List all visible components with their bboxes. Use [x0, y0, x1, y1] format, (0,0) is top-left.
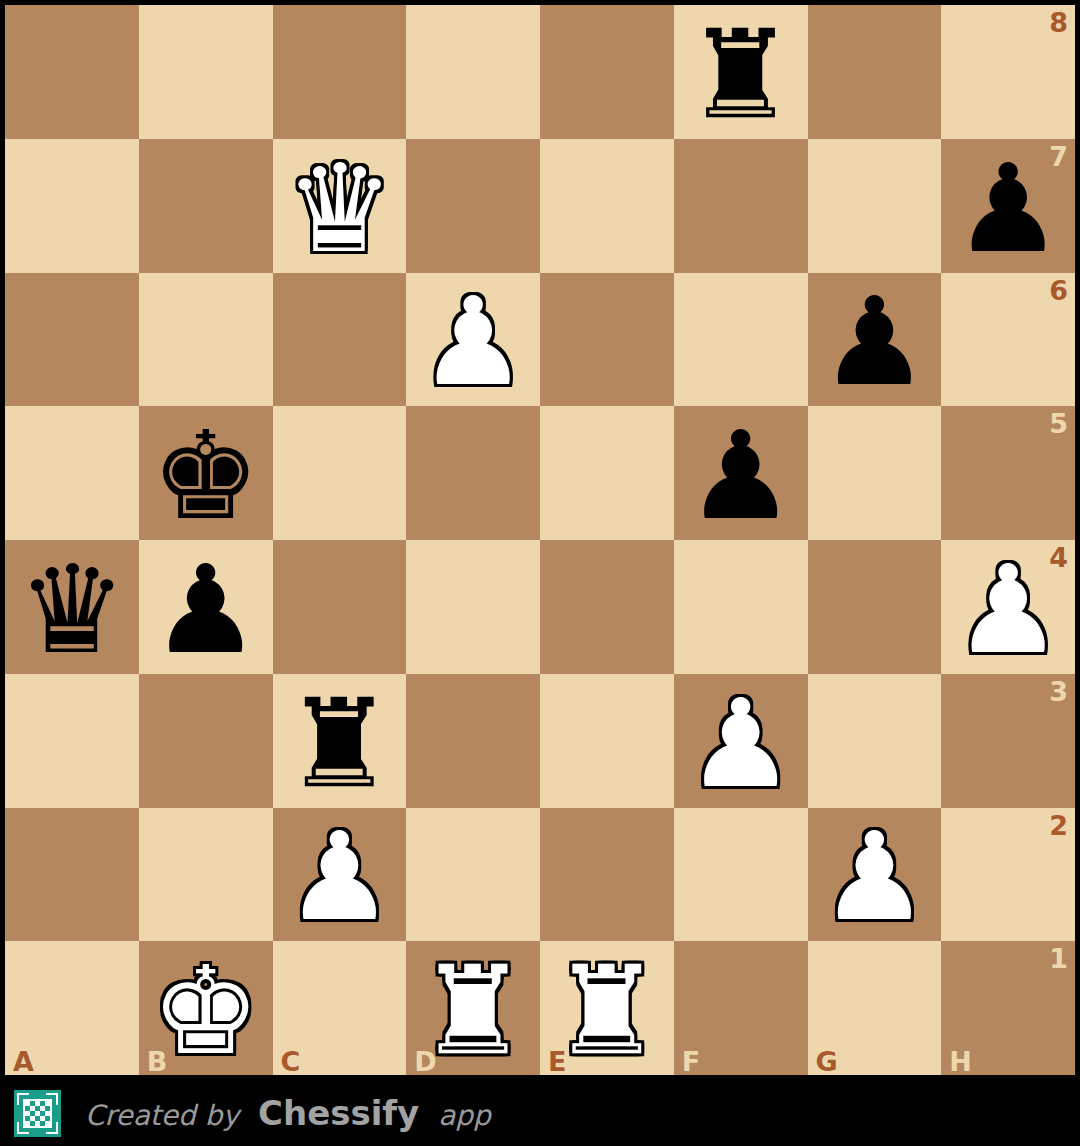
square-a7[interactable]	[5, 139, 139, 273]
rank-label-4: 4	[1049, 544, 1068, 571]
square-f1[interactable]: F	[674, 941, 808, 1075]
square-d3[interactable]	[406, 674, 540, 808]
white-pawn-c2: ♟	[285, 816, 394, 938]
square-h2[interactable]: 2	[941, 808, 1075, 942]
file-label-b: B	[147, 1048, 168, 1075]
square-h6[interactable]: 6	[941, 273, 1075, 407]
square-c2[interactable]: ♟	[273, 808, 407, 942]
file-label-e: E	[548, 1048, 566, 1075]
square-d5[interactable]	[406, 406, 540, 540]
rank-label-2: 2	[1049, 812, 1068, 839]
black-pawn-h7: ♟	[953, 148, 1062, 270]
square-g8[interactable]	[808, 5, 942, 139]
file-label-h: H	[949, 1048, 972, 1075]
square-g5[interactable]	[808, 406, 942, 540]
white-rook-e1: ♜	[552, 950, 661, 1072]
black-pawn-f5: ♟	[686, 415, 795, 537]
file-label-a: A	[13, 1048, 34, 1075]
black-pawn-g6: ♟	[820, 281, 929, 403]
square-f3[interactable]: ♟	[674, 674, 808, 808]
white-king-b1: ♚	[151, 950, 260, 1072]
square-c4[interactable]	[273, 540, 407, 674]
square-h4[interactable]: 4♟	[941, 540, 1075, 674]
square-h7[interactable]: 7♟	[941, 139, 1075, 273]
file-label-f: F	[682, 1048, 700, 1075]
square-b4[interactable]: ♟	[139, 540, 273, 674]
square-g3[interactable]	[808, 674, 942, 808]
square-d1[interactable]: D♜	[406, 941, 540, 1075]
square-g2[interactable]: ♟	[808, 808, 942, 942]
square-e3[interactable]	[540, 674, 674, 808]
square-g1[interactable]: G	[808, 941, 942, 1075]
square-g6[interactable]: ♟	[808, 273, 942, 407]
square-c3[interactable]: ♜	[273, 674, 407, 808]
square-a1[interactable]: A	[5, 941, 139, 1075]
square-b7[interactable]	[139, 139, 273, 273]
square-a6[interactable]	[5, 273, 139, 407]
square-h5[interactable]: 5	[941, 406, 1075, 540]
square-d8[interactable]	[406, 5, 540, 139]
black-rook-c3: ♜	[285, 683, 394, 805]
white-pawn-h4: ♟	[953, 549, 1062, 671]
square-e6[interactable]	[540, 273, 674, 407]
square-e5[interactable]	[540, 406, 674, 540]
app-label: app	[438, 1099, 491, 1132]
white-queen-c7: ♛	[285, 148, 394, 270]
square-e4[interactable]	[540, 540, 674, 674]
black-king-b5: ♚	[151, 415, 260, 537]
square-e7[interactable]	[540, 139, 674, 273]
square-e2[interactable]	[540, 808, 674, 942]
rank-label-1: 1	[1049, 945, 1068, 972]
square-h3[interactable]: 3	[941, 674, 1075, 808]
square-c8[interactable]	[273, 5, 407, 139]
square-e1[interactable]: E♜	[540, 941, 674, 1075]
white-pawn-f3: ♟	[686, 683, 795, 805]
square-h1[interactable]: 1H	[941, 941, 1075, 1075]
chessify-checkerboard-icon	[14, 1090, 61, 1137]
square-c7[interactable]: ♛	[273, 139, 407, 273]
white-pawn-g2: ♟	[820, 816, 929, 938]
chessify-diagram: ♜8♛7♟♟♟6♚♟5♛♟4♟♜♟3♟♟2AB♚CD♜E♜FG1H Create…	[0, 0, 1080, 1146]
square-d6[interactable]: ♟	[406, 273, 540, 407]
board-border: ♜8♛7♟♟♟6♚♟5♛♟4♟♜♟3♟♟2AB♚CD♜E♜FG1H	[0, 0, 1080, 1080]
square-c5[interactable]	[273, 406, 407, 540]
square-b6[interactable]	[139, 273, 273, 407]
file-label-g: G	[816, 1048, 838, 1075]
rank-label-3: 3	[1049, 678, 1068, 705]
file-label-d: D	[414, 1048, 436, 1075]
black-rook-f8: ♜	[686, 14, 795, 136]
square-e8[interactable]	[540, 5, 674, 139]
square-b1[interactable]: B♚	[139, 941, 273, 1075]
rank-label-8: 8	[1049, 9, 1068, 36]
square-a4[interactable]: ♛	[5, 540, 139, 674]
square-c6[interactable]	[273, 273, 407, 407]
square-g7[interactable]	[808, 139, 942, 273]
square-a3[interactable]	[5, 674, 139, 808]
rank-label-7: 7	[1049, 143, 1068, 170]
black-pawn-b4: ♟	[151, 549, 260, 671]
square-a5[interactable]	[5, 406, 139, 540]
white-pawn-d6: ♟	[418, 281, 527, 403]
rank-label-6: 6	[1049, 277, 1068, 304]
credit-text: Created by Chessify app	[85, 1093, 491, 1133]
square-g4[interactable]	[808, 540, 942, 674]
square-a2[interactable]	[5, 808, 139, 942]
square-b2[interactable]	[139, 808, 273, 942]
created-by-label: Created by	[85, 1099, 239, 1132]
square-h8[interactable]: 8	[941, 5, 1075, 139]
square-b8[interactable]	[139, 5, 273, 139]
chess-board: ♜8♛7♟♟♟6♚♟5♛♟4♟♜♟3♟♟2AB♚CD♜E♜FG1H	[5, 5, 1075, 1075]
square-f4[interactable]	[674, 540, 808, 674]
square-d2[interactable]	[406, 808, 540, 942]
rank-label-5: 5	[1049, 410, 1068, 437]
square-c1[interactable]: C	[273, 941, 407, 1075]
black-queen-a4: ♛	[17, 549, 126, 671]
square-b5[interactable]: ♚	[139, 406, 273, 540]
square-f6[interactable]	[674, 273, 808, 407]
square-b3[interactable]	[139, 674, 273, 808]
footer-bar: Created by Chessify app	[0, 1080, 1080, 1146]
square-d7[interactable]	[406, 139, 540, 273]
square-f2[interactable]	[674, 808, 808, 942]
square-f7[interactable]	[674, 139, 808, 273]
file-label-c: C	[281, 1048, 301, 1075]
brand-name: Chessify	[258, 1093, 419, 1133]
square-a8[interactable]	[5, 5, 139, 139]
square-f8[interactable]: ♜	[674, 5, 808, 139]
square-f5[interactable]: ♟	[674, 406, 808, 540]
square-d4[interactable]	[406, 540, 540, 674]
